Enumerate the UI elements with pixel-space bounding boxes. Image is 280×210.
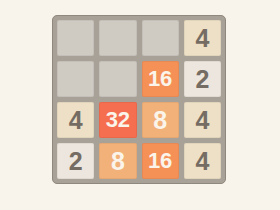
tile-32: 32 — [99, 102, 136, 138]
empty-cell — [57, 61, 94, 97]
tile-16: 16 — [142, 143, 179, 179]
board-2048[interactable]: 41624328428164 — [52, 15, 226, 184]
tile-2: 2 — [184, 61, 221, 97]
tile-4: 4 — [184, 143, 221, 179]
game-screen: 41624328428164 — [0, 0, 280, 210]
tile-2: 2 — [57, 143, 94, 179]
tile-4: 4 — [184, 20, 221, 56]
tile-16: 16 — [142, 61, 179, 97]
tile-4: 4 — [57, 102, 94, 138]
empty-cell — [142, 20, 179, 56]
tile-8: 8 — [142, 102, 179, 138]
tile-4: 4 — [184, 102, 221, 138]
empty-cell — [99, 20, 136, 56]
empty-cell — [57, 20, 94, 56]
empty-cell — [99, 61, 136, 97]
tile-8: 8 — [99, 143, 136, 179]
